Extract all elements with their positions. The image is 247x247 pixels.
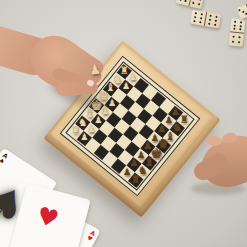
domino-pip bbox=[201, 13, 203, 15]
domino-half bbox=[229, 31, 244, 46]
domino-pip bbox=[199, 21, 201, 23]
domino-pip bbox=[214, 24, 216, 26]
domino-pip bbox=[215, 20, 217, 22]
domino-pip bbox=[179, 0, 181, 1]
domino-pip bbox=[209, 19, 211, 21]
domino-pip bbox=[192, 2, 194, 4]
domino-pip bbox=[234, 20, 236, 22]
domino-pip bbox=[197, 3, 199, 5]
domino-pip bbox=[240, 25, 242, 27]
domino-pip bbox=[233, 28, 235, 30]
domino-pip bbox=[238, 42, 240, 44]
domino-pip bbox=[200, 17, 202, 19]
domino-pip bbox=[232, 41, 234, 43]
domino-pip bbox=[215, 16, 217, 18]
domino-pip bbox=[240, 21, 242, 23]
board-square[interactable]: ♜ bbox=[128, 172, 143, 187]
domino-pip bbox=[232, 35, 234, 37]
chess-board[interactable]: ♜♟♟♜♞♟♟♞♝♟♝♛♟♟♛♚♟♟♚♝♟♟♝♞♟♟♞♜♟♟♜ bbox=[51, 47, 209, 205]
domino-pip bbox=[194, 16, 196, 18]
domino-pip bbox=[195, 12, 197, 14]
domino-pip bbox=[208, 23, 210, 25]
domino-pip bbox=[209, 14, 211, 16]
chess-box: ♜♟♟♜♞♟♟♞♝♟♝♛♟♟♛♚♟♟♚♝♟♟♝♞♟♟♞♜♟♟♜ bbox=[0, 0, 247, 247]
domino-pip bbox=[184, 0, 186, 2]
domino-pip bbox=[239, 29, 241, 31]
domino-pip bbox=[234, 24, 236, 26]
domino-pip bbox=[193, 20, 195, 22]
domino-pip bbox=[239, 9, 242, 12]
chess-piece-black-rook[interactable]: ♜ bbox=[130, 174, 141, 185]
domino[interactable] bbox=[229, 18, 246, 46]
domino-pip bbox=[242, 11, 245, 14]
board-border: ♜♟♟♜♞♟♟♞♝♟♝♛♟♟♛♚♟♟♚♝♟♟♝♞♟♟♞♜♟♟♜ bbox=[60, 56, 201, 197]
domino-pip bbox=[245, 13, 247, 16]
domino-half bbox=[204, 12, 221, 28]
tabletop-scene: A♠ ♠ A♥ ♥ A♥ ♜♟♟♜♞♟♟♞♝♟♝♛♟♟♛♚♟♟♚♝♟♟♝♞♟♟♞… bbox=[0, 0, 247, 247]
domino-pip bbox=[239, 36, 241, 38]
